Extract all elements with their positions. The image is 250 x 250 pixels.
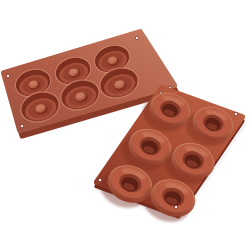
corner-hole	[98, 178, 101, 181]
product-photo	[0, 0, 250, 250]
donut-molds-photo	[0, 0, 250, 250]
corner-hole	[174, 205, 177, 208]
corner-hole	[135, 36, 138, 39]
corner-hole	[20, 124, 23, 127]
corner-hole	[160, 92, 162, 94]
corner-hole	[6, 74, 9, 77]
corner-hole	[234, 112, 237, 115]
